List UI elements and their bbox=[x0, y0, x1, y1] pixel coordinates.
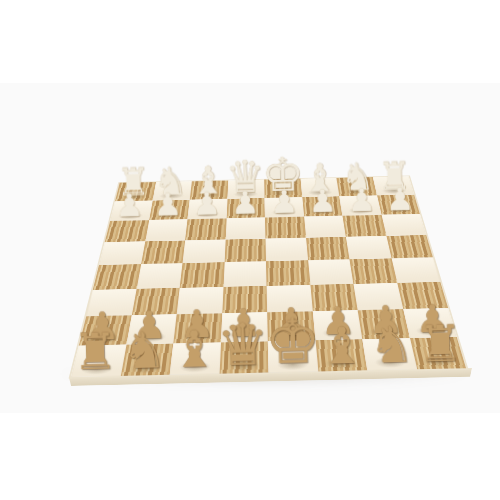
square-r5c2-light bbox=[177, 287, 223, 315]
square-r2c2-dark bbox=[185, 218, 226, 240]
square-r7c2-light: ♝ bbox=[170, 342, 221, 375]
square-r0c2-dark: ♝ bbox=[190, 180, 228, 199]
square-r6c6-dark: ♟ bbox=[358, 309, 410, 339]
square-r0c5-light: ♝ bbox=[300, 178, 339, 197]
square-r0c6-dark: ♞ bbox=[336, 177, 376, 196]
square-r2c0-dark bbox=[105, 220, 149, 242]
square-r0c1-light: ♞ bbox=[152, 181, 191, 200]
piece-contact-shadow bbox=[308, 189, 333, 196]
piece-contact-shadow bbox=[386, 206, 413, 213]
square-r7c0-light: ♜ bbox=[71, 344, 126, 377]
square-r2c6-dark bbox=[342, 215, 386, 237]
square-r4c5-light bbox=[308, 259, 354, 284]
square-r6c2-dark: ♟ bbox=[173, 313, 222, 343]
piece-contact-shadow bbox=[194, 210, 220, 217]
piece-contact-shadow bbox=[159, 192, 184, 199]
square-r4c6-dark bbox=[349, 258, 396, 283]
square-r3c0-light bbox=[99, 241, 145, 265]
square-r2c4-dark bbox=[265, 217, 306, 239]
square-r3c3-dark bbox=[224, 238, 266, 262]
square-r5c0-light bbox=[86, 289, 136, 317]
square-r4c4-dark bbox=[266, 260, 310, 285]
piece-contact-shadow bbox=[117, 212, 144, 219]
square-r3c5-dark bbox=[306, 237, 350, 261]
square-r5c4-light bbox=[267, 285, 313, 313]
piece-contact-shadow bbox=[229, 329, 260, 340]
square-r1c7-dark: ♟ bbox=[377, 194, 420, 214]
square-r4c0-dark bbox=[93, 264, 141, 290]
square-r3c4-light bbox=[265, 238, 307, 262]
square-r1c0-light: ♟ bbox=[110, 200, 152, 221]
piece-contact-shadow bbox=[271, 190, 296, 197]
square-r6c0-dark: ♟ bbox=[79, 315, 132, 345]
square-r7c6-light: ♞ bbox=[362, 338, 416, 371]
piece-contact-shadow bbox=[415, 325, 448, 336]
square-r7c7-dark: ♜ bbox=[409, 337, 466, 369]
square-r6c3-light: ♟ bbox=[221, 312, 268, 342]
piece-contact-shadow bbox=[228, 360, 260, 372]
square-r6c4-dark: ♟ bbox=[267, 311, 315, 341]
square-r4c2-dark bbox=[180, 262, 225, 288]
square-r2c3-light bbox=[225, 217, 265, 239]
square-r3c6-light bbox=[346, 236, 391, 260]
piece-contact-shadow bbox=[309, 208, 335, 215]
square-r5c6-light bbox=[353, 283, 402, 310]
piece-contact-shadow bbox=[373, 357, 407, 369]
piece-contact-shadow bbox=[276, 359, 309, 371]
square-r5c7-dark bbox=[397, 282, 448, 309]
square-r3c7-dark bbox=[386, 235, 433, 258]
piece-contact-shadow bbox=[344, 188, 370, 195]
square-r3c1-dark bbox=[141, 240, 185, 264]
piece-contact-shadow bbox=[156, 211, 182, 218]
piece-contact-shadow bbox=[196, 191, 221, 198]
square-r3c2-light bbox=[183, 239, 226, 263]
piece-contact-shadow bbox=[381, 187, 407, 194]
piece-contact-shadow bbox=[348, 207, 375, 214]
piece-contact-shadow bbox=[87, 333, 120, 344]
square-r7c3-dark: ♛ bbox=[219, 341, 268, 374]
piece-contact-shadow bbox=[129, 362, 163, 374]
square-r2c7-light bbox=[381, 214, 426, 236]
square-r0c3-light: ♛ bbox=[227, 180, 264, 199]
piece-contact-shadow bbox=[325, 358, 359, 370]
square-r6c1-light: ♟ bbox=[126, 314, 177, 344]
piece-contact-shadow bbox=[122, 193, 148, 200]
square-r1c1-dark: ♟ bbox=[149, 200, 190, 221]
chess-scene: ♜♞♝♛♚♝♞♜♟♟♟♟♟♟♟♟♟♟♟♟♟♟♟♟♜♞♝♛♚♝♞♜ bbox=[60, 0, 469, 378]
piece-contact-shadow bbox=[182, 330, 214, 341]
piece-contact-shadow bbox=[368, 326, 401, 337]
piece-contact-shadow bbox=[422, 355, 457, 367]
square-r4c3-light bbox=[223, 261, 266, 286]
square-r0c7-light: ♜ bbox=[373, 176, 415, 195]
square-r6c7-light: ♟ bbox=[403, 308, 457, 338]
chess-board: ♜♞♝♛♚♝♞♜♟♟♟♟♟♟♟♟♟♟♟♟♟♟♟♟♜♞♝♛♚♝♞♜ bbox=[69, 176, 469, 379]
square-r1c2-light: ♟ bbox=[188, 199, 228, 219]
square-r5c3-dark bbox=[222, 286, 267, 314]
square-r7c1-dark: ♞ bbox=[120, 343, 173, 376]
piece-contact-shadow bbox=[322, 327, 354, 338]
square-r2c1-light bbox=[145, 219, 188, 241]
square-r0c0-dark: ♜ bbox=[115, 182, 156, 201]
piece-contact-shadow bbox=[271, 209, 297, 216]
piece-contact-shadow bbox=[233, 210, 258, 217]
piece-contact-shadow bbox=[80, 363, 115, 375]
square-r6c5-light: ♟ bbox=[312, 310, 362, 340]
square-r4c7-light bbox=[391, 257, 440, 282]
piece-contact-shadow bbox=[178, 361, 211, 373]
piece-contact-shadow bbox=[134, 331, 166, 342]
square-r7c5-dark: ♝ bbox=[315, 339, 367, 372]
square-r1c4-light: ♟ bbox=[265, 197, 304, 217]
square-r1c5-dark: ♟ bbox=[302, 196, 343, 216]
square-r5c1-dark bbox=[131, 288, 179, 316]
piece-contact-shadow bbox=[234, 191, 259, 198]
square-r7c4-light: ♚ bbox=[268, 340, 318, 373]
square-r4c1-light bbox=[136, 263, 182, 289]
square-r0c4-dark: ♚ bbox=[264, 179, 302, 198]
square-r1c3-dark: ♟ bbox=[226, 198, 265, 218]
square-r5c5-dark bbox=[310, 284, 358, 312]
square-r2c5-light bbox=[304, 216, 346, 238]
piece-contact-shadow bbox=[275, 328, 306, 339]
square-r1c6-light: ♟ bbox=[339, 195, 381, 215]
